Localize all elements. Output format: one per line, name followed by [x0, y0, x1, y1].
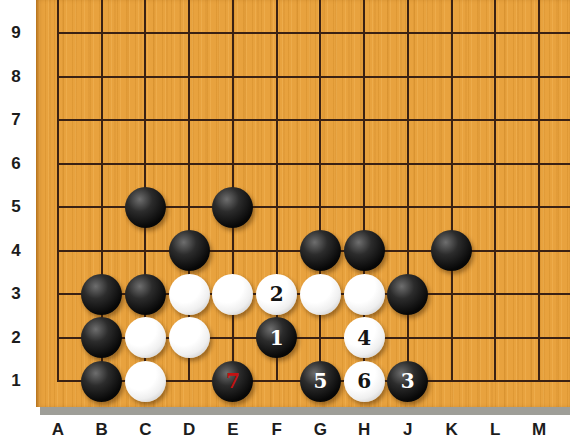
stone-black-B1: [81, 361, 122, 402]
row-label-3: 3: [0, 284, 32, 304]
stone-black-C3: [125, 274, 166, 315]
row-label-9: 9: [0, 23, 32, 43]
col-label-G: G: [304, 420, 336, 440]
grid-vline-L: [494, 0, 496, 382]
row-label-7: 7: [0, 110, 32, 130]
row-label-2: 2: [0, 328, 32, 348]
row-label-5: 5: [0, 197, 32, 217]
stone-black-F2: 1: [256, 317, 297, 358]
stone-black-E1: 7: [212, 361, 253, 402]
col-label-M: M: [523, 420, 555, 440]
row-label-6: 6: [0, 154, 32, 174]
move-number-7: 7: [226, 369, 240, 393]
move-number-5: 5: [313, 369, 327, 393]
stone-black-D4: [169, 230, 210, 271]
grid-vline-M: [538, 0, 540, 382]
stone-black-G4: [300, 230, 341, 271]
move-number-1: 1: [270, 326, 284, 350]
go-diagram: 987654321ABCDEFGHJKLM2147563: [0, 0, 570, 443]
grid-vline-J: [407, 0, 409, 382]
stone-black-J3: [387, 274, 428, 315]
stone-white-H3: [344, 274, 385, 315]
stone-white-G3: [300, 274, 341, 315]
move-number-4: 4: [357, 326, 371, 350]
move-number-6: 6: [357, 369, 371, 393]
grid-hline-8: [57, 76, 570, 78]
col-label-D: D: [173, 420, 205, 440]
stone-black-B3: [81, 274, 122, 315]
col-label-K: K: [436, 420, 468, 440]
grid-vline-K: [451, 0, 453, 382]
grid-hline-7: [57, 119, 570, 121]
stone-black-J1: 3: [387, 361, 428, 402]
stone-black-K4: [431, 230, 472, 271]
grid-vline-G: [319, 0, 321, 382]
row-label-4: 4: [0, 241, 32, 261]
board-shadow: [40, 407, 570, 415]
stone-black-G1: 5: [300, 361, 341, 402]
row-label-1: 1: [0, 371, 32, 391]
move-number-2: 2: [270, 282, 284, 306]
col-label-F: F: [261, 420, 293, 440]
stone-white-H2: 4: [344, 317, 385, 358]
stone-white-D2: [169, 317, 210, 358]
col-label-B: B: [86, 420, 118, 440]
stone-white-D3: [169, 274, 210, 315]
grid-hline-6: [57, 163, 570, 165]
row-label-8: 8: [0, 67, 32, 87]
move-number-3: 3: [401, 369, 415, 393]
stone-white-C1: [125, 361, 166, 402]
col-label-J: J: [392, 420, 424, 440]
col-label-A: A: [42, 420, 74, 440]
stone-white-E3: [212, 274, 253, 315]
stone-black-E5: [212, 187, 253, 228]
col-label-C: C: [129, 420, 161, 440]
grid-vline-A: [57, 0, 59, 382]
col-label-L: L: [479, 420, 511, 440]
stone-black-C5: [125, 187, 166, 228]
stone-white-F3: 2: [256, 274, 297, 315]
stone-white-C2: [125, 317, 166, 358]
col-label-E: E: [217, 420, 249, 440]
stone-white-H1: 6: [344, 361, 385, 402]
stone-black-H4: [344, 230, 385, 271]
stone-black-B2: [81, 317, 122, 358]
col-label-H: H: [348, 420, 380, 440]
grid-hline-9: [57, 32, 570, 34]
